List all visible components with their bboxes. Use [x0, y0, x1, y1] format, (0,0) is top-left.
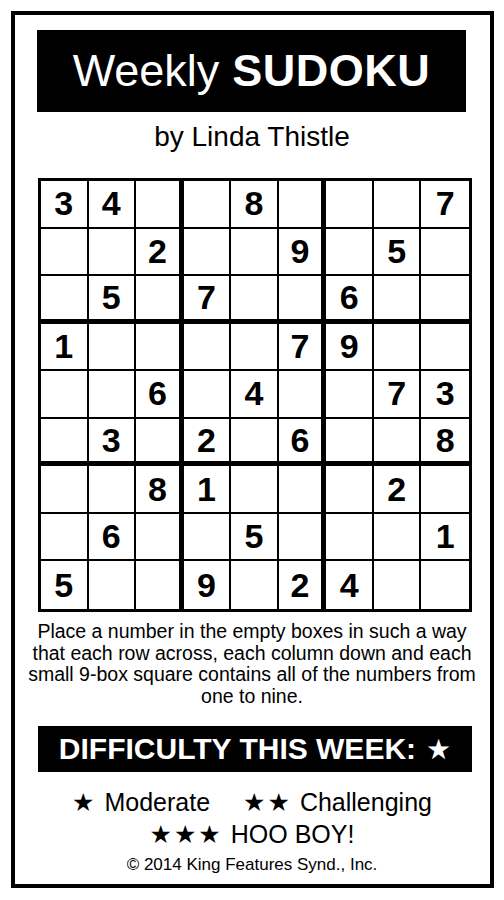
given-cell: 7: [184, 276, 232, 324]
empty-cell[interactable]: [421, 324, 469, 372]
empty-cell[interactable]: [421, 276, 469, 324]
empty-cell[interactable]: [374, 561, 422, 609]
legend-label-hoo-boy: HOO BOY!: [231, 820, 355, 848]
empty-cell[interactable]: [374, 419, 422, 467]
empty-cell[interactable]: [89, 229, 137, 277]
legend-label-moderate: Moderate: [104, 788, 210, 816]
title-weekly: Weekly: [73, 45, 220, 97]
given-cell: 6: [136, 371, 184, 419]
legend-label-challenging: Challenging: [300, 788, 432, 816]
empty-cell[interactable]: [136, 276, 184, 324]
given-cell: 6: [279, 419, 327, 467]
empty-cell[interactable]: [41, 371, 89, 419]
empty-cell[interactable]: [231, 561, 279, 609]
empty-cell[interactable]: [326, 466, 374, 514]
given-cell: 4: [89, 181, 137, 229]
sudoku-grid: 3487295576179647332688126515924: [38, 178, 472, 612]
empty-cell[interactable]: [184, 181, 232, 229]
given-cell: 6: [326, 276, 374, 324]
empty-cell[interactable]: [184, 324, 232, 372]
instructions: Place a number in the empty boxes in suc…: [26, 621, 478, 707]
given-cell: 7: [279, 324, 327, 372]
empty-cell[interactable]: [326, 181, 374, 229]
empty-cell[interactable]: [421, 229, 469, 277]
given-cell: 2: [279, 561, 327, 609]
star-icon: ★★★: [150, 820, 223, 848]
empty-cell[interactable]: [279, 181, 327, 229]
given-cell: 5: [89, 276, 137, 324]
empty-cell[interactable]: [279, 466, 327, 514]
given-cell: 3: [89, 419, 137, 467]
empty-cell[interactable]: [326, 514, 374, 562]
empty-cell[interactable]: [279, 371, 327, 419]
empty-cell[interactable]: [184, 371, 232, 419]
given-cell: 2: [374, 466, 422, 514]
given-cell: 3: [421, 371, 469, 419]
difficulty-legend: ★Moderate ★★Challenging ★★★HOO BOY!: [0, 786, 504, 850]
difficulty-star-icon: ★: [426, 733, 451, 766]
given-cell: 9: [326, 324, 374, 372]
empty-cell[interactable]: [136, 514, 184, 562]
empty-cell[interactable]: [89, 371, 137, 419]
given-cell: 4: [231, 371, 279, 419]
empty-cell[interactable]: [421, 466, 469, 514]
given-cell: 4: [326, 561, 374, 609]
byline: by Linda Thistle: [0, 121, 504, 153]
given-cell: 8: [421, 419, 469, 467]
empty-cell[interactable]: [326, 229, 374, 277]
empty-cell[interactable]: [374, 276, 422, 324]
star-icon: ★★: [243, 788, 292, 816]
empty-cell[interactable]: [231, 466, 279, 514]
empty-cell[interactable]: [231, 276, 279, 324]
given-cell: 8: [136, 466, 184, 514]
empty-cell[interactable]: [231, 419, 279, 467]
empty-cell[interactable]: [374, 514, 422, 562]
copyright: © 2014 King Features Synd., Inc.: [0, 855, 504, 875]
empty-cell[interactable]: [231, 324, 279, 372]
given-cell: 1: [184, 466, 232, 514]
empty-cell[interactable]: [136, 324, 184, 372]
given-cell: 3: [41, 181, 89, 229]
empty-cell[interactable]: [279, 276, 327, 324]
given-cell: 5: [374, 229, 422, 277]
empty-cell[interactable]: [326, 371, 374, 419]
empty-cell[interactable]: [374, 181, 422, 229]
empty-cell[interactable]: [231, 229, 279, 277]
empty-cell[interactable]: [89, 466, 137, 514]
given-cell: 1: [41, 324, 89, 372]
empty-cell[interactable]: [41, 514, 89, 562]
given-cell: 5: [41, 561, 89, 609]
difficulty-label: DIFFICULTY THIS WEEK:: [59, 732, 416, 766]
given-cell: 2: [184, 419, 232, 467]
empty-cell[interactable]: [184, 229, 232, 277]
given-cell: 8: [231, 181, 279, 229]
empty-cell[interactable]: [41, 466, 89, 514]
given-cell: 7: [421, 181, 469, 229]
empty-cell[interactable]: [89, 324, 137, 372]
given-cell: 5: [231, 514, 279, 562]
star-icon: ★: [72, 788, 96, 816]
empty-cell[interactable]: [421, 561, 469, 609]
title-banner: Weekly SUDOKU: [37, 30, 466, 112]
empty-cell[interactable]: [374, 324, 422, 372]
empty-cell[interactable]: [41, 419, 89, 467]
empty-cell[interactable]: [136, 181, 184, 229]
empty-cell[interactable]: [136, 561, 184, 609]
empty-cell[interactable]: [279, 514, 327, 562]
legend-line-2: ★★★HOO BOY!: [0, 818, 504, 850]
given-cell: 1: [421, 514, 469, 562]
given-cell: 6: [89, 514, 137, 562]
title-sudoku: SUDOKU: [232, 45, 430, 97]
given-cell: 9: [184, 561, 232, 609]
empty-cell[interactable]: [89, 561, 137, 609]
empty-cell[interactable]: [41, 229, 89, 277]
given-cell: 9: [279, 229, 327, 277]
empty-cell[interactable]: [136, 419, 184, 467]
difficulty-banner: DIFFICULTY THIS WEEK: ★: [38, 726, 472, 772]
given-cell: 2: [136, 229, 184, 277]
given-cell: 7: [374, 371, 422, 419]
empty-cell[interactable]: [41, 276, 89, 324]
legend-line-1: ★Moderate ★★Challenging: [0, 786, 504, 818]
empty-cell[interactable]: [184, 514, 232, 562]
empty-cell[interactable]: [326, 419, 374, 467]
